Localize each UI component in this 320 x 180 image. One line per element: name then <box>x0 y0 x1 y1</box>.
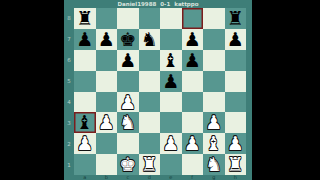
black-bishop-icon: ♝ <box>76 112 93 133</box>
square-c2[interactable] <box>117 133 139 154</box>
square-c8[interactable] <box>117 8 139 29</box>
square-g6[interactable] <box>203 50 225 71</box>
square-f7[interactable]: ♟ <box>182 29 204 50</box>
black-rook-icon: ♜ <box>227 8 244 29</box>
header-result: 0-1 <box>160 0 170 8</box>
white-pawn-icon: ♟ <box>98 112 115 133</box>
square-a4[interactable] <box>74 92 96 113</box>
file-label-g: g <box>203 174 225 180</box>
square-f2[interactable]: ♟ <box>182 133 204 154</box>
square-c6[interactable]: ♟ <box>117 50 139 71</box>
white-pawn-icon: ♟ <box>227 133 244 154</box>
white-pawn-icon: ♟ <box>162 133 179 154</box>
square-e8[interactable] <box>160 8 182 29</box>
black-rook-icon: ♜ <box>76 8 93 29</box>
white-rook-icon: ♜ <box>227 154 244 175</box>
file-label-a: a <box>74 174 96 180</box>
rank-label-3: 3 <box>64 112 74 133</box>
square-c3[interactable]: ♞ <box>117 112 139 133</box>
black-knight-icon: ♞ <box>141 29 158 50</box>
header-white-player: Daniel19988 <box>117 0 156 8</box>
game-panel: Daniel19988 0-1 kattppo 87654321 ♜♜♟♟♚♞♟… <box>64 0 252 180</box>
square-b7[interactable]: ♟ <box>96 29 118 50</box>
file-label-b: b <box>96 174 118 180</box>
black-pawn-icon: ♟ <box>98 29 115 50</box>
square-g2[interactable]: ♝ <box>203 133 225 154</box>
square-c1[interactable]: ♚ <box>117 154 139 175</box>
white-bishop-icon: ♝ <box>205 133 222 154</box>
square-b8[interactable] <box>96 8 118 29</box>
game-header: Daniel19988 0-1 kattppo <box>64 0 252 8</box>
file-label-e: e <box>160 174 182 180</box>
square-e4[interactable] <box>160 92 182 113</box>
file-label-f: f <box>182 174 204 180</box>
square-g7[interactable] <box>203 29 225 50</box>
white-knight-icon: ♞ <box>119 112 136 133</box>
rank-label-1: 1 <box>64 154 74 175</box>
square-b2[interactable] <box>96 133 118 154</box>
white-pawn-icon: ♟ <box>76 133 93 154</box>
square-d3[interactable] <box>139 112 161 133</box>
rank-label-4: 4 <box>64 92 74 113</box>
square-a7[interactable]: ♟ <box>74 29 96 50</box>
file-label-d: d <box>139 174 161 180</box>
square-a6[interactable] <box>74 50 96 71</box>
chess-board: ♜♜♟♟♚♞♟♟♟♝♟♟♟♝♟♞♟♟♟♟♝♟♚♜♞♜ <box>74 8 246 175</box>
square-f8[interactable] <box>182 8 204 29</box>
square-b4[interactable] <box>96 92 118 113</box>
square-g1[interactable]: ♞ <box>203 154 225 175</box>
square-h7[interactable]: ♟ <box>225 29 247 50</box>
square-d6[interactable] <box>139 50 161 71</box>
square-e7[interactable] <box>160 29 182 50</box>
square-e1[interactable] <box>160 154 182 175</box>
black-pawn-icon: ♟ <box>162 71 179 92</box>
square-b3[interactable]: ♟ <box>96 112 118 133</box>
square-f6[interactable]: ♟ <box>182 50 204 71</box>
square-c5[interactable] <box>117 71 139 92</box>
square-b5[interactable] <box>96 71 118 92</box>
square-h5[interactable] <box>225 71 247 92</box>
square-e5[interactable]: ♟ <box>160 71 182 92</box>
black-bishop-icon: ♝ <box>162 50 179 71</box>
square-a1[interactable] <box>74 154 96 175</box>
square-d8[interactable] <box>139 8 161 29</box>
square-g5[interactable] <box>203 71 225 92</box>
square-e3[interactable] <box>160 112 182 133</box>
black-pawn-icon: ♟ <box>227 29 244 50</box>
file-labels: abcdefgh <box>74 174 246 180</box>
black-pawn-icon: ♟ <box>184 50 201 71</box>
white-knight-icon: ♞ <box>205 154 222 175</box>
black-king-icon: ♚ <box>119 29 136 50</box>
square-h2[interactable]: ♟ <box>225 133 247 154</box>
square-h8[interactable]: ♜ <box>225 8 247 29</box>
black-pawn-icon: ♟ <box>119 50 136 71</box>
square-c4[interactable]: ♟ <box>117 92 139 113</box>
square-d5[interactable] <box>139 71 161 92</box>
header-black-player: kattppo <box>174 0 198 8</box>
square-d1[interactable]: ♜ <box>139 154 161 175</box>
square-g4[interactable] <box>203 92 225 113</box>
rank-labels: 87654321 <box>64 8 74 175</box>
rank-label-5: 5 <box>64 71 74 92</box>
square-f3[interactable] <box>182 112 204 133</box>
square-f5[interactable] <box>182 71 204 92</box>
square-h3[interactable] <box>225 112 247 133</box>
square-a3[interactable]: ♝ <box>74 112 96 133</box>
square-h1[interactable]: ♜ <box>225 154 247 175</box>
square-g3[interactable]: ♟ <box>203 112 225 133</box>
square-e2[interactable]: ♟ <box>160 133 182 154</box>
white-pawn-icon: ♟ <box>205 112 222 133</box>
file-label-c: c <box>117 174 139 180</box>
file-label-h: h <box>225 174 247 180</box>
black-pawn-icon: ♟ <box>76 29 93 50</box>
square-b6[interactable] <box>96 50 118 71</box>
square-h6[interactable] <box>225 50 247 71</box>
white-rook-icon: ♜ <box>141 154 158 175</box>
square-f1[interactable] <box>182 154 204 175</box>
square-h4[interactable] <box>225 92 247 113</box>
white-king-icon: ♚ <box>119 154 136 175</box>
white-pawn-icon: ♟ <box>184 133 201 154</box>
rank-label-6: 6 <box>64 50 74 71</box>
square-a5[interactable] <box>74 71 96 92</box>
rank-label-2: 2 <box>64 133 74 154</box>
square-d7[interactable]: ♞ <box>139 29 161 50</box>
square-c7[interactable]: ♚ <box>117 29 139 50</box>
square-g8[interactable] <box>203 8 225 29</box>
white-pawn-icon: ♟ <box>119 92 136 113</box>
rank-label-7: 7 <box>64 29 74 50</box>
square-e6[interactable]: ♝ <box>160 50 182 71</box>
square-a2[interactable]: ♟ <box>74 133 96 154</box>
square-d4[interactable] <box>139 92 161 113</box>
rank-label-8: 8 <box>64 8 74 29</box>
square-d2[interactable] <box>139 133 161 154</box>
black-pawn-icon: ♟ <box>184 29 201 50</box>
square-a8[interactable]: ♜ <box>74 8 96 29</box>
square-f4[interactable] <box>182 92 204 113</box>
square-b1[interactable] <box>96 154 118 175</box>
